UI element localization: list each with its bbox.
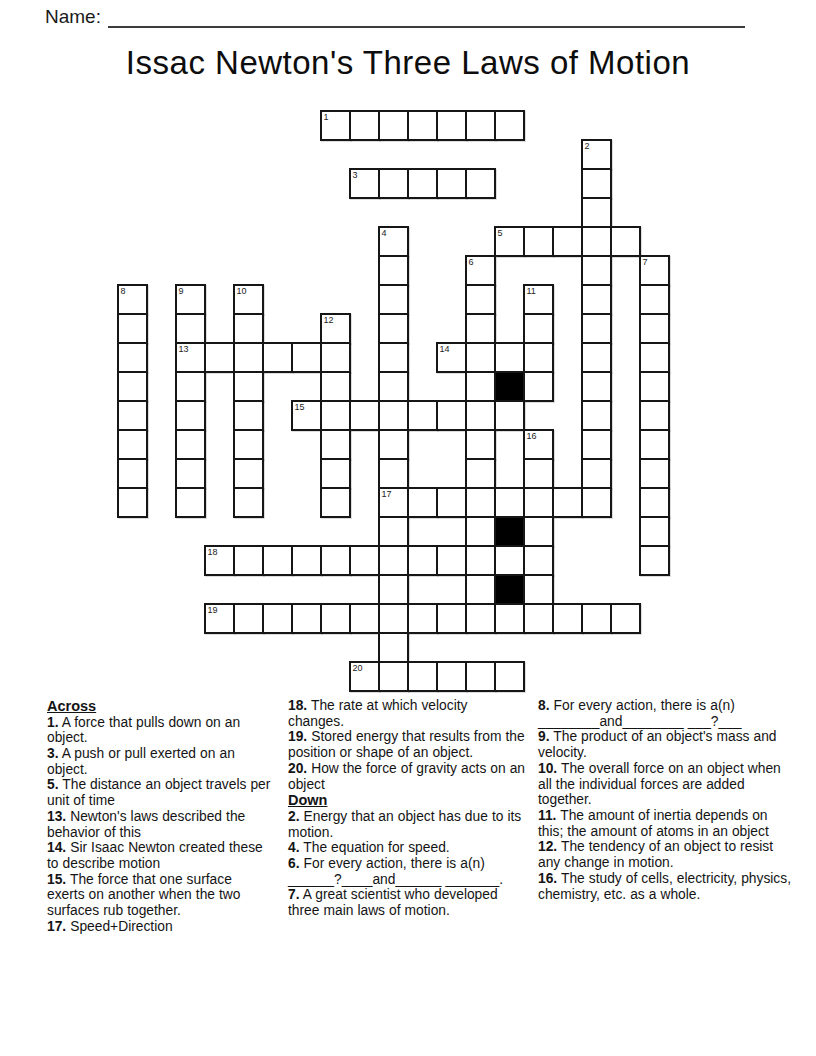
grid-cell[interactable] [552,226,583,257]
grid-cell[interactable] [523,545,554,576]
grid-cell[interactable] [378,603,409,634]
grid-cell[interactable] [349,603,380,634]
grid-cell[interactable] [465,284,496,315]
grid-cell[interactable] [291,603,322,634]
grid-cell[interactable] [378,284,409,315]
name-blank-line [108,4,745,28]
grid-cell[interactable] [204,342,235,373]
clue-item: 18. The rate at which velocity changes. [288,698,526,729]
clue-item: 6. For every action, there is a(n) _____… [288,856,526,887]
clues-column-right: 8. For every action, there is a(n) _____… [538,698,792,902]
name-row: Name: [45,4,745,28]
grid-cell[interactable] [320,429,351,460]
clue-item: 16. The study of cells, electricity, phy… [538,871,792,902]
down-clues-part1: 2. Energy that an object has due to its … [288,809,526,919]
clue-number: 6 [469,257,474,267]
grid-cell[interactable]: 9 [175,284,206,315]
grid-cell[interactable] [233,371,264,402]
clue-item: 10. The overall force on an object when … [538,761,792,808]
grid-cell[interactable] [465,487,496,518]
grid-cell[interactable] [378,458,409,489]
grid-cell[interactable] [581,168,612,199]
clue-number: 7 [643,257,648,267]
grid-cell[interactable] [581,342,612,373]
grid-cell[interactable] [349,110,380,141]
grid-cell[interactable] [117,487,148,518]
grid-cell[interactable] [581,400,612,431]
clue-item: 19. Stored energy that results from the … [288,729,526,760]
grid-cell[interactable] [523,226,554,257]
grid-cell[interactable] [581,197,612,228]
grid-cell[interactable] [494,400,525,431]
grid-cell[interactable] [378,574,409,605]
clue-number: 14 [440,344,450,354]
clue-item: 1. A force that pulls down on an object. [47,715,271,746]
grid-cell[interactable] [407,400,438,431]
grid-cell[interactable] [233,429,264,460]
grid-cell[interactable] [117,342,148,373]
grid-cell[interactable] [494,487,525,518]
grid-cell[interactable] [378,661,409,692]
grid-cell[interactable] [407,661,438,692]
grid-cell[interactable] [378,632,409,663]
grid-cell[interactable] [378,429,409,460]
grid-cell[interactable] [523,342,554,373]
grid-cell[interactable] [639,458,670,489]
clue-number: 20 [353,663,363,673]
grid-cell[interactable] [262,545,293,576]
clue-item: 13. Newton's laws described the behavior… [47,809,271,840]
grid-cell[interactable] [436,603,467,634]
clue-item: 3. A push or pull exerted on an object. [47,746,271,777]
grid-cell[interactable] [436,487,467,518]
grid-cell[interactable] [494,603,525,634]
grid-cell[interactable] [523,371,554,402]
grid-cell[interactable] [581,313,612,344]
grid-cell[interactable] [639,429,670,460]
grid-cell[interactable] [291,342,322,373]
grid-cell[interactable] [233,603,264,634]
grid-cell[interactable] [320,458,351,489]
black-cell [494,574,525,605]
grid-cell[interactable] [639,400,670,431]
clue-item: 15. The force that one surface exerts on… [47,872,271,919]
grid-cell[interactable] [494,545,525,576]
grid-cell[interactable]: 1 [320,110,351,141]
grid-cell[interactable]: 14 [436,342,467,373]
grid-cell[interactable] [523,313,554,344]
grid-cell[interactable]: 6 [465,255,496,286]
grid-cell[interactable] [378,545,409,576]
grid-cell[interactable] [639,516,670,547]
grid-cell[interactable] [465,342,496,373]
grid-cell[interactable] [407,487,438,518]
grid-cell[interactable] [436,661,467,692]
grid-cell[interactable] [117,371,148,402]
grid-cell[interactable] [175,400,206,431]
black-cell [494,516,525,547]
clue-item: 7. A great scientist who developed three… [288,887,526,918]
puzzle-title: Issac Newton's Three Laws of Motion [0,44,816,82]
grid-cell[interactable]: 16 [523,429,554,460]
clue-number: 16 [527,431,537,441]
grid-cell[interactable] [639,313,670,344]
grid-cell[interactable] [320,342,351,373]
grid-cell[interactable] [639,284,670,315]
grid-cell[interactable] [262,603,293,634]
grid-cell[interactable] [233,313,264,344]
clue-number: 17 [382,489,392,499]
grid-cell[interactable]: 10 [233,284,264,315]
black-cell [494,371,525,402]
clue-item: 4. The equation for speed. [288,840,526,856]
clue-item: 12. The tendency of an object to resist … [538,839,792,870]
grid-cell[interactable] [233,545,264,576]
grid-cell[interactable]: 11 [523,284,554,315]
grid-cell[interactable] [291,545,322,576]
grid-cell[interactable] [436,545,467,576]
grid-cell[interactable] [465,458,496,489]
grid-cell[interactable] [465,603,496,634]
grid-cell[interactable] [175,371,206,402]
grid-cell[interactable] [639,371,670,402]
down-clues-part2: 8. For every action, there is a(n) _____… [538,698,792,902]
crossword-grid: 1234567891011121314151617181920 [117,110,670,692]
grid-cell[interactable] [436,168,467,199]
grid-cell[interactable] [465,313,496,344]
grid-cell[interactable] [175,487,206,518]
grid-cell[interactable] [117,313,148,344]
grid-cell[interactable] [175,458,206,489]
grid-cell[interactable] [465,661,496,692]
clue-item: 14. Sir Isaac Newton created these to de… [47,840,271,871]
clue-item: 17. Speed+Direction [47,919,271,935]
clue-number: 3 [353,170,358,180]
grid-cell[interactable] [378,400,409,431]
grid-cell[interactable]: 7 [639,255,670,286]
grid-cell[interactable] [465,545,496,576]
clue-item: 8. For every action, there is a(n) _____… [538,698,792,729]
clue-number: 15 [295,402,305,412]
grid-cell[interactable] [233,458,264,489]
grid-cell[interactable] [117,458,148,489]
grid-cell[interactable] [320,603,351,634]
down-header: Down [288,792,526,809]
grid-cell[interactable]: 18 [204,545,235,576]
clue-item: 9. The product of an object's mass and v… [538,729,792,760]
grid-cell[interactable] [175,313,206,344]
grid-cell[interactable] [639,545,670,576]
grid-cell[interactable] [581,603,612,634]
clue-number: 19 [208,605,218,615]
grid-cell[interactable] [262,342,293,373]
grid-cell[interactable] [407,168,438,199]
grid-cell[interactable] [465,429,496,460]
grid-cell[interactable]: 15 [291,400,322,431]
grid-cell[interactable] [378,255,409,286]
clue-number: 18 [208,547,218,557]
grid-cell[interactable] [233,342,264,373]
grid-cell[interactable] [494,342,525,373]
across-header: Across [47,698,271,715]
grid-cell[interactable] [523,516,554,547]
grid-cell[interactable] [349,545,380,576]
grid-cell[interactable] [581,371,612,402]
grid-cell[interactable] [378,342,409,373]
grid-cell[interactable] [407,545,438,576]
across-clues-part1: 1. A force that pulls down on an object.… [47,715,271,935]
across-clues-part2: 18. The rate at which velocity changes.1… [288,698,526,792]
clue-item: 5. The distance an object travels per un… [47,777,271,808]
clue-item: 20. How the force of gravity acts on an … [288,761,526,792]
clue-number: 13 [179,344,189,354]
grid-cell[interactable] [639,342,670,373]
grid-cell[interactable] [581,487,612,518]
clues-column-middle: 18. The rate at which velocity changes.1… [288,698,526,919]
grid-cell[interactable]: 20 [349,661,380,692]
grid-cell[interactable]: 3 [349,168,380,199]
grid-cell[interactable] [320,487,351,518]
grid-cell[interactable]: 8 [117,284,148,315]
grid-cell[interactable] [581,284,612,315]
grid-cell[interactable]: 19 [204,603,235,634]
grid-cell[interactable] [465,110,496,141]
grid-cell[interactable] [378,168,409,199]
clues-column-left: Across 1. A force that pulls down on an … [47,698,271,935]
grid-cell[interactable] [552,603,583,634]
grid-cell[interactable]: 5 [494,226,525,257]
grid-cell[interactable]: 4 [378,226,409,257]
clue-number: 8 [121,286,126,296]
grid-cell[interactable] [407,110,438,141]
grid-cell[interactable] [378,516,409,547]
grid-cell[interactable] [465,371,496,402]
clue-number: 5 [498,228,503,238]
grid-cell[interactable] [581,255,612,286]
grid-cell[interactable] [378,371,409,402]
grid-cell[interactable]: 12 [320,313,351,344]
clue-number: 4 [382,228,387,238]
grid-cell[interactable] [581,226,612,257]
grid-cell[interactable] [465,168,496,199]
name-label: Name: [45,6,101,28]
grid-cell[interactable] [378,313,409,344]
clue-item: 2. Energy that an object has due to its … [288,809,526,840]
grid-cell[interactable] [523,603,554,634]
grid-cell[interactable] [233,400,264,431]
grid-cell[interactable]: 17 [378,487,409,518]
clue-number: 10 [237,286,247,296]
clue-number: 12 [324,315,334,325]
grid-cell[interactable] [523,574,554,605]
grid-cell[interactable] [436,110,467,141]
grid-cell[interactable] [320,545,351,576]
grid-cell[interactable]: 2 [581,139,612,170]
grid-cell[interactable] [117,400,148,431]
grid-cell[interactable]: 13 [175,342,206,373]
grid-cell[interactable] [494,110,525,141]
grid-cell[interactable] [436,400,467,431]
grid-cell[interactable] [320,371,351,402]
grid-cell[interactable] [494,661,525,692]
grid-cell[interactable] [523,487,554,518]
clue-number: 1 [324,112,329,122]
grid-cell[interactable] [233,487,264,518]
clue-number: 9 [179,286,184,296]
clue-item: 11. The amount of inertia depends on thi… [538,808,792,839]
grid-cell[interactable] [610,603,641,634]
grid-cell[interactable] [610,226,641,257]
grid-cell[interactable] [465,516,496,547]
grid-cell[interactable] [320,400,351,431]
clue-number: 11 [527,286,536,296]
grid-cell[interactable] [639,487,670,518]
grid-cell[interactable] [349,400,380,431]
grid-cell[interactable] [378,110,409,141]
grid-cell[interactable] [465,400,496,431]
clue-number: 2 [585,141,590,151]
grid-cell[interactable] [407,603,438,634]
grid-cell[interactable] [581,458,612,489]
grid-cell[interactable] [175,429,206,460]
grid-cell[interactable] [581,429,612,460]
grid-cell[interactable] [523,458,554,489]
grid-cell[interactable] [552,487,583,518]
grid-cell[interactable] [117,429,148,460]
grid-cell[interactable] [465,574,496,605]
